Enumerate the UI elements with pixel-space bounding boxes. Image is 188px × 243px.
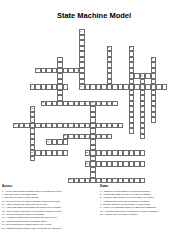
crossword-grid: 1234567891011121314151617181920 bbox=[13, 29, 184, 183]
clue-number: 19 bbox=[86, 162, 88, 164]
crossword-cell[interactable] bbox=[112, 101, 118, 107]
clue-number: 7 bbox=[130, 74, 131, 76]
crossword-cell[interactable] bbox=[63, 150, 69, 156]
down-clue-item: 13. A change from one state to another bbox=[100, 213, 186, 216]
clue-number: 1 bbox=[80, 30, 81, 32]
clue-number: 10 bbox=[80, 85, 82, 87]
across-header: Across bbox=[2, 185, 95, 189]
clue-number: 20 bbox=[69, 178, 71, 180]
crossword-cell[interactable] bbox=[140, 150, 146, 156]
crossword-cell[interactable] bbox=[140, 161, 146, 167]
clue-number: 8 bbox=[141, 74, 142, 76]
clues-section: Across 6. A device that changes its stat… bbox=[2, 185, 186, 230]
crossword-cell[interactable] bbox=[63, 84, 69, 90]
clue-number: 5 bbox=[152, 57, 153, 59]
crossword-cell[interactable] bbox=[30, 156, 36, 162]
crossword-cell[interactable] bbox=[162, 84, 168, 90]
crossword-cell[interactable] bbox=[63, 139, 69, 145]
clue-number: 18 bbox=[86, 151, 88, 153]
clue-number: 3 bbox=[130, 46, 131, 48]
clue-number: 2 bbox=[108, 46, 109, 48]
down-clues-column: Down 1. A simplified representation of a… bbox=[100, 185, 186, 230]
across-clue-list: 6. A device that changes its state based… bbox=[2, 190, 95, 230]
clue-number: 12 bbox=[91, 101, 93, 103]
across-clue-item: 20. Abstract machines that are able to s… bbox=[2, 227, 95, 230]
clue-number: 17 bbox=[31, 151, 33, 153]
clue-number: 14 bbox=[14, 123, 16, 125]
down-clue-list: 1. A simplified representation of a syst… bbox=[100, 190, 186, 216]
clue-number: 6 bbox=[36, 68, 37, 70]
clue-number: 16 bbox=[47, 140, 49, 142]
crossword-cell[interactable] bbox=[118, 123, 124, 129]
clue-number: 13 bbox=[31, 107, 33, 109]
crossword-cell[interactable] bbox=[129, 128, 135, 134]
crossword-cell[interactable] bbox=[140, 178, 146, 184]
clue-number: 9 bbox=[31, 85, 32, 87]
page-title: State Machine Model bbox=[0, 12, 188, 20]
crossword-cell[interactable] bbox=[107, 134, 113, 140]
clue-number: 4 bbox=[58, 57, 59, 59]
across-clues-column: Across 6. A device that changes its stat… bbox=[2, 185, 95, 230]
clue-number: 11 bbox=[42, 101, 44, 103]
crossword-cell[interactable] bbox=[140, 134, 146, 140]
down-header: Down bbox=[100, 185, 186, 189]
crossword-cell[interactable] bbox=[151, 117, 157, 123]
clue-number: 15 bbox=[64, 134, 66, 136]
